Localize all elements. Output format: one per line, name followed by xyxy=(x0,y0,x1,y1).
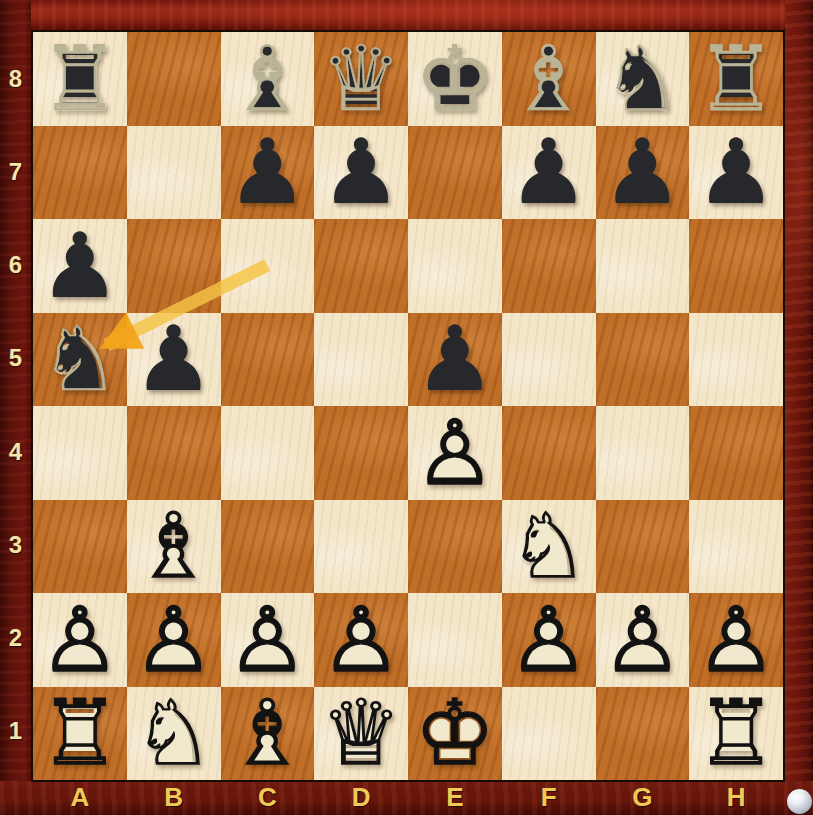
chess-app-window: ♜♖♝♗♛♕♚♔♝♗♞♘♜♖♟♟♟♟♟♟♞♘♟♟♟♙♝♗♞♘♟♙♟♙♟♙♟♙♟♙… xyxy=(0,0,813,815)
square-a7[interactable] xyxy=(33,126,127,220)
square-d2[interactable]: ♟♙ xyxy=(314,593,408,687)
piece-black-pawn[interactable]: ♟ xyxy=(127,313,221,407)
square-e7[interactable] xyxy=(408,126,502,220)
square-a1[interactable]: ♜♖ xyxy=(33,687,127,781)
piece-black-queen[interactable]: ♛♕ xyxy=(314,32,408,126)
square-c8[interactable]: ♝♗ xyxy=(221,32,315,126)
square-h1[interactable]: ♜♖ xyxy=(689,687,783,781)
square-d6[interactable] xyxy=(314,219,408,313)
square-g6[interactable] xyxy=(596,219,690,313)
square-g4[interactable] xyxy=(596,406,690,500)
piece-black-king[interactable]: ♚♔ xyxy=(408,32,502,126)
piece-outline-glyph: ♙ xyxy=(33,593,127,687)
piece-outline-glyph: ♔ xyxy=(408,687,502,781)
file-label-e: E xyxy=(408,781,502,814)
piece-black-pawn[interactable]: ♟ xyxy=(33,219,127,313)
piece-white-pawn[interactable]: ♟♙ xyxy=(689,593,783,687)
piece-glyph: ♟ xyxy=(127,313,221,407)
chess-board[interactable]: ♜♖♝♗♛♕♚♔♝♗♞♘♜♖♟♟♟♟♟♟♞♘♟♟♟♙♝♗♞♘♟♙♟♙♟♙♟♙♟♙… xyxy=(33,32,783,780)
square-g3[interactable] xyxy=(596,500,690,594)
square-e4[interactable]: ♟♙ xyxy=(408,406,502,500)
square-a6[interactable]: ♟ xyxy=(33,219,127,313)
piece-outline-glyph: ♙ xyxy=(221,593,315,687)
square-c6[interactable] xyxy=(221,219,315,313)
square-f2[interactable]: ♟♙ xyxy=(502,593,596,687)
square-e1[interactable]: ♚♔ xyxy=(408,687,502,781)
square-g2[interactable]: ♟♙ xyxy=(596,593,690,687)
file-label-f: F xyxy=(502,781,596,814)
file-label-d: D xyxy=(314,781,408,814)
piece-glyph: ♟ xyxy=(221,126,315,220)
piece-glyph: ♟ xyxy=(33,219,127,313)
rank-label-4: 4 xyxy=(0,405,31,498)
piece-white-pawn[interactable]: ♟♙ xyxy=(502,593,596,687)
square-b8[interactable] xyxy=(127,32,221,126)
square-h8[interactable]: ♜♖ xyxy=(689,32,783,126)
rank-label-8: 8 xyxy=(0,32,31,125)
piece-black-pawn[interactable]: ♟ xyxy=(689,126,783,220)
piece-outline-glyph: ♘ xyxy=(596,32,690,126)
piece-white-queen[interactable]: ♛♕ xyxy=(314,687,408,781)
piece-outline-glyph: ♙ xyxy=(596,593,690,687)
piece-white-pawn[interactable]: ♟♙ xyxy=(596,593,690,687)
square-e8[interactable]: ♚♔ xyxy=(408,32,502,126)
square-h2[interactable]: ♟♙ xyxy=(689,593,783,687)
piece-black-bishop[interactable]: ♝♗ xyxy=(502,32,596,126)
piece-outline-glyph: ♙ xyxy=(689,593,783,687)
piece-outline-glyph: ♗ xyxy=(221,32,315,126)
piece-outline-glyph: ♕ xyxy=(314,687,408,781)
square-e6[interactable] xyxy=(408,219,502,313)
piece-outline-glyph: ♔ xyxy=(408,32,502,126)
piece-white-knight[interactable]: ♞♘ xyxy=(502,500,596,594)
square-a3[interactable] xyxy=(33,500,127,594)
piece-white-pawn[interactable]: ♟♙ xyxy=(127,593,221,687)
piece-outline-glyph: ♙ xyxy=(314,593,408,687)
piece-black-bishop[interactable]: ♝♗ xyxy=(221,32,315,126)
square-f6[interactable] xyxy=(502,219,596,313)
square-f5[interactable] xyxy=(502,313,596,407)
piece-white-rook[interactable]: ♜♖ xyxy=(33,687,127,781)
square-a8[interactable]: ♜♖ xyxy=(33,32,127,126)
piece-black-rook[interactable]: ♜♖ xyxy=(689,32,783,126)
piece-outline-glyph: ♙ xyxy=(502,593,596,687)
square-c7[interactable]: ♟ xyxy=(221,126,315,220)
square-g8[interactable]: ♞♘ xyxy=(596,32,690,126)
piece-outline-glyph: ♘ xyxy=(127,687,221,781)
piece-glyph: ♟ xyxy=(689,126,783,220)
square-h7[interactable]: ♟ xyxy=(689,126,783,220)
piece-outline-glyph: ♗ xyxy=(221,687,315,781)
square-c3[interactable] xyxy=(221,500,315,594)
square-d5[interactable] xyxy=(314,313,408,407)
rank-label-2: 2 xyxy=(0,592,31,685)
file-label-g: G xyxy=(596,781,690,814)
square-f3[interactable]: ♞♘ xyxy=(502,500,596,594)
square-f1[interactable] xyxy=(502,687,596,781)
board-frame-top xyxy=(0,0,813,31)
square-h5[interactable] xyxy=(689,313,783,407)
piece-white-rook[interactable]: ♜♖ xyxy=(689,687,783,781)
square-d4[interactable] xyxy=(314,406,408,500)
square-f4[interactable] xyxy=(502,406,596,500)
rank-label-6: 6 xyxy=(0,219,31,312)
square-b1[interactable]: ♞♘ xyxy=(127,687,221,781)
decorative-sphere-icon xyxy=(787,789,812,814)
piece-white-king[interactable]: ♚♔ xyxy=(408,687,502,781)
square-c2[interactable]: ♟♙ xyxy=(221,593,315,687)
square-b6[interactable] xyxy=(127,219,221,313)
piece-black-pawn[interactable]: ♟ xyxy=(502,126,596,220)
square-b4[interactable] xyxy=(127,406,221,500)
square-a5[interactable]: ♞♘ xyxy=(33,313,127,407)
rank-labels: 87654321 xyxy=(0,32,31,778)
piece-black-pawn[interactable]: ♟ xyxy=(596,126,690,220)
piece-white-pawn[interactable]: ♟♙ xyxy=(221,593,315,687)
piece-outline-glyph: ♙ xyxy=(408,406,502,500)
square-d1[interactable]: ♛♕ xyxy=(314,687,408,781)
rank-label-3: 3 xyxy=(0,498,31,591)
piece-white-knight[interactable]: ♞♘ xyxy=(127,687,221,781)
square-h4[interactable] xyxy=(689,406,783,500)
square-b5[interactable]: ♟ xyxy=(127,313,221,407)
square-f7[interactable]: ♟ xyxy=(502,126,596,220)
square-h6[interactable] xyxy=(689,219,783,313)
piece-black-rook[interactable]: ♜♖ xyxy=(33,32,127,126)
square-g7[interactable]: ♟ xyxy=(596,126,690,220)
rank-label-5: 5 xyxy=(0,312,31,405)
square-g5[interactable] xyxy=(596,313,690,407)
square-b7[interactable] xyxy=(127,126,221,220)
file-label-h: H xyxy=(689,781,783,814)
piece-outline-glyph: ♖ xyxy=(33,32,127,126)
square-c4[interactable] xyxy=(221,406,315,500)
piece-outline-glyph: ♘ xyxy=(502,500,596,594)
square-d7[interactable]: ♟ xyxy=(314,126,408,220)
piece-black-pawn[interactable]: ♟ xyxy=(314,126,408,220)
square-c5[interactable] xyxy=(221,313,315,407)
piece-outline-glyph: ♖ xyxy=(689,32,783,126)
piece-outline-glyph: ♘ xyxy=(33,313,127,407)
square-g1[interactable] xyxy=(596,687,690,781)
piece-outline-glyph: ♗ xyxy=(502,32,596,126)
square-d3[interactable] xyxy=(314,500,408,594)
square-e3[interactable] xyxy=(408,500,502,594)
board-frame-right xyxy=(785,0,813,815)
piece-outline-glyph: ♗ xyxy=(127,500,221,594)
piece-outline-glyph: ♕ xyxy=(314,32,408,126)
square-b3[interactable]: ♝♗ xyxy=(127,500,221,594)
square-d8[interactable]: ♛♕ xyxy=(314,32,408,126)
file-label-b: B xyxy=(127,781,221,814)
piece-outline-glyph: ♖ xyxy=(689,687,783,781)
file-labels: ABCDEFGH xyxy=(33,781,783,814)
rank-label-1: 1 xyxy=(0,685,31,778)
piece-white-pawn[interactable]: ♟♙ xyxy=(314,593,408,687)
square-e2[interactable] xyxy=(408,593,502,687)
piece-black-pawn[interactable]: ♟ xyxy=(408,313,502,407)
file-label-c: C xyxy=(221,781,315,814)
piece-black-pawn[interactable]: ♟ xyxy=(221,126,315,220)
piece-black-knight[interactable]: ♞♘ xyxy=(596,32,690,126)
piece-glyph: ♟ xyxy=(502,126,596,220)
piece-white-bishop[interactable]: ♝♗ xyxy=(127,500,221,594)
piece-glyph: ♟ xyxy=(408,313,502,407)
piece-white-bishop[interactable]: ♝♗ xyxy=(221,687,315,781)
file-label-a: A xyxy=(33,781,127,814)
square-f8[interactable]: ♝♗ xyxy=(502,32,596,126)
piece-white-pawn[interactable]: ♟♙ xyxy=(33,593,127,687)
chess-board-border: ♜♖♝♗♛♕♚♔♝♗♞♘♜♖♟♟♟♟♟♟♞♘♟♟♟♙♝♗♞♘♟♙♟♙♟♙♟♙♟♙… xyxy=(31,30,785,782)
rank-label-7: 7 xyxy=(0,125,31,218)
square-b2[interactable]: ♟♙ xyxy=(127,593,221,687)
square-c1[interactable]: ♝♗ xyxy=(221,687,315,781)
square-h3[interactable] xyxy=(689,500,783,594)
piece-outline-glyph: ♖ xyxy=(33,687,127,781)
piece-outline-glyph: ♙ xyxy=(127,593,221,687)
piece-black-knight[interactable]: ♞♘ xyxy=(33,313,127,407)
piece-glyph: ♟ xyxy=(596,126,690,220)
square-e5[interactable]: ♟ xyxy=(408,313,502,407)
piece-glyph: ♟ xyxy=(314,126,408,220)
square-a4[interactable] xyxy=(33,406,127,500)
square-a2[interactable]: ♟♙ xyxy=(33,593,127,687)
piece-white-pawn[interactable]: ♟♙ xyxy=(408,406,502,500)
